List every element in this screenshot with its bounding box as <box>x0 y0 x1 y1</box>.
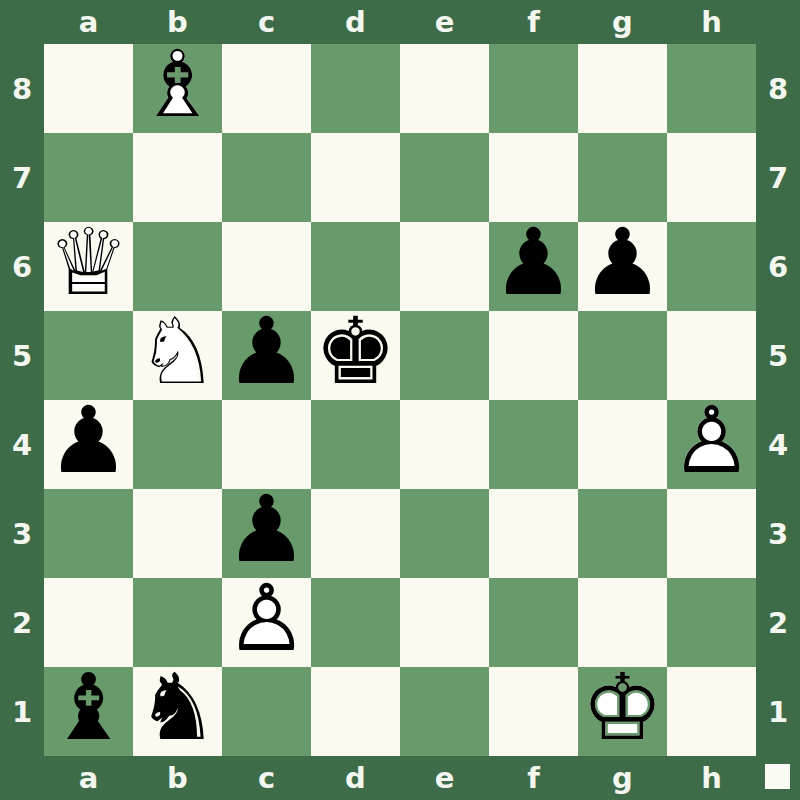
file-label-bottom-b: b <box>133 756 222 800</box>
file-label-top-h: h <box>667 0 756 44</box>
square-e7[interactable] <box>400 133 489 222</box>
file-label-top-e: e <box>400 0 489 44</box>
square-g6[interactable]: ♟ <box>578 222 667 311</box>
rank-label-left-7: 7 <box>0 133 44 222</box>
square-e6[interactable] <box>400 222 489 311</box>
white-to-move-indicator <box>765 764 790 789</box>
square-a4[interactable]: ♟ <box>44 400 133 489</box>
black-king-icon: ♚ <box>311 307 400 396</box>
rank-label-right-4: 4 <box>756 400 800 489</box>
square-f8[interactable] <box>489 44 578 133</box>
rank-label-right-5: 5 <box>756 311 800 400</box>
file-label-bottom-d: d <box>311 756 400 800</box>
square-h1[interactable] <box>667 667 756 756</box>
rank-label-right-8: 8 <box>756 44 800 133</box>
piece-white-knight-b5[interactable]: ♞♘ <box>133 311 222 400</box>
square-b8[interactable]: ♝♗ <box>133 44 222 133</box>
black-pawn-icon: ♟ <box>44 396 133 485</box>
piece-white-pawn-c2[interactable]: ♟♙ <box>222 578 311 667</box>
square-f3[interactable] <box>489 489 578 578</box>
rank-label-right-3: 3 <box>756 489 800 578</box>
square-f5[interactable] <box>489 311 578 400</box>
rank-label-right-1: 1 <box>756 667 800 756</box>
rank-label-right-7: 7 <box>756 133 800 222</box>
square-a6[interactable]: ♛♕ <box>44 222 133 311</box>
square-e1[interactable] <box>400 667 489 756</box>
square-c2[interactable]: ♟♙ <box>222 578 311 667</box>
square-d3[interactable] <box>311 489 400 578</box>
file-label-bottom-c: c <box>222 756 311 800</box>
white-pawn-outline-icon: ♙ <box>222 574 311 663</box>
file-label-bottom-f: f <box>489 756 578 800</box>
file-label-top-a: a <box>44 0 133 44</box>
file-label-top-g: g <box>578 0 667 44</box>
black-pawn-icon: ♟ <box>489 218 578 307</box>
square-a3[interactable] <box>44 489 133 578</box>
square-f4[interactable] <box>489 400 578 489</box>
square-h6[interactable] <box>667 222 756 311</box>
piece-black-knight-b1[interactable]: ♞ <box>133 667 222 756</box>
rank-label-left-2: 2 <box>0 578 44 667</box>
file-label-bottom-e: e <box>400 756 489 800</box>
square-f6[interactable]: ♟ <box>489 222 578 311</box>
file-label-bottom-a: a <box>44 756 133 800</box>
square-c8[interactable] <box>222 44 311 133</box>
square-g4[interactable] <box>578 400 667 489</box>
rank-labels-right: 87654321 <box>756 44 800 756</box>
square-c1[interactable] <box>222 667 311 756</box>
rank-label-left-1: 1 <box>0 667 44 756</box>
square-e8[interactable] <box>400 44 489 133</box>
black-knight-icon: ♞ <box>133 663 222 752</box>
square-g5[interactable] <box>578 311 667 400</box>
chess-board-frame: abcdefgh abcdefgh 87654321 87654321 ♝♗♛♕… <box>0 0 800 800</box>
square-b3[interactable] <box>133 489 222 578</box>
file-label-top-d: d <box>311 0 400 44</box>
white-bishop-outline-icon: ♗ <box>133 40 222 129</box>
rank-label-right-2: 2 <box>756 578 800 667</box>
piece-black-pawn-f6[interactable]: ♟ <box>489 222 578 311</box>
square-e2[interactable] <box>400 578 489 667</box>
square-a1[interactable]: ♝ <box>44 667 133 756</box>
file-labels-bottom: abcdefgh <box>44 756 756 800</box>
file-label-top-f: f <box>489 0 578 44</box>
square-a8[interactable] <box>44 44 133 133</box>
rank-label-left-3: 3 <box>0 489 44 578</box>
square-d7[interactable] <box>311 133 400 222</box>
piece-black-king-d5[interactable]: ♚ <box>311 311 400 400</box>
square-f2[interactable] <box>489 578 578 667</box>
board: ♝♗♛♕♟♟♞♘♟♚♟♟♙♟♟♙♝♞♚♔ <box>44 44 756 756</box>
file-label-top-c: c <box>222 0 311 44</box>
piece-black-pawn-c5[interactable]: ♟ <box>222 311 311 400</box>
rank-labels-left: 87654321 <box>0 44 44 756</box>
square-h8[interactable] <box>667 44 756 133</box>
black-bishop-icon: ♝ <box>44 663 133 752</box>
white-king-outline-icon: ♔ <box>578 663 667 752</box>
rank-label-right-6: 6 <box>756 222 800 311</box>
square-e4[interactable] <box>400 400 489 489</box>
white-knight-outline-icon: ♘ <box>133 307 222 396</box>
rank-label-left-6: 6 <box>0 222 44 311</box>
rank-label-left-5: 5 <box>0 311 44 400</box>
square-b4[interactable] <box>133 400 222 489</box>
piece-white-queen-a6[interactable]: ♛♕ <box>44 222 133 311</box>
black-pawn-icon: ♟ <box>222 485 311 574</box>
rank-label-left-8: 8 <box>0 44 44 133</box>
piece-black-bishop-a1[interactable]: ♝ <box>44 667 133 756</box>
square-h2[interactable] <box>667 578 756 667</box>
black-pawn-icon: ♟ <box>222 307 311 396</box>
black-pawn-icon: ♟ <box>578 218 667 307</box>
square-h3[interactable] <box>667 489 756 578</box>
square-c5[interactable]: ♟ <box>222 311 311 400</box>
square-b7[interactable] <box>133 133 222 222</box>
square-d8[interactable] <box>311 44 400 133</box>
file-label-bottom-g: g <box>578 756 667 800</box>
square-e5[interactable] <box>400 311 489 400</box>
piece-black-pawn-a4[interactable]: ♟ <box>44 400 133 489</box>
square-d2[interactable] <box>311 578 400 667</box>
piece-black-pawn-g6[interactable]: ♟ <box>578 222 667 311</box>
square-f1[interactable] <box>489 667 578 756</box>
square-d4[interactable] <box>311 400 400 489</box>
rank-label-left-4: 4 <box>0 400 44 489</box>
square-d1[interactable] <box>311 667 400 756</box>
square-b1[interactable]: ♞ <box>133 667 222 756</box>
square-g3[interactable] <box>578 489 667 578</box>
file-label-bottom-h: h <box>667 756 756 800</box>
square-g8[interactable] <box>578 44 667 133</box>
square-c7[interactable] <box>222 133 311 222</box>
square-e3[interactable] <box>400 489 489 578</box>
square-d5[interactable]: ♚ <box>311 311 400 400</box>
square-g1[interactable]: ♚♔ <box>578 667 667 756</box>
white-queen-outline-icon: ♕ <box>44 218 133 307</box>
square-h4[interactable]: ♟♙ <box>667 400 756 489</box>
piece-white-king-g1[interactable]: ♚♔ <box>578 667 667 756</box>
piece-white-bishop-b8[interactable]: ♝♗ <box>133 44 222 133</box>
square-h7[interactable] <box>667 133 756 222</box>
piece-white-pawn-h4[interactable]: ♟♙ <box>667 400 756 489</box>
white-pawn-outline-icon: ♙ <box>667 396 756 485</box>
square-b5[interactable]: ♞♘ <box>133 311 222 400</box>
